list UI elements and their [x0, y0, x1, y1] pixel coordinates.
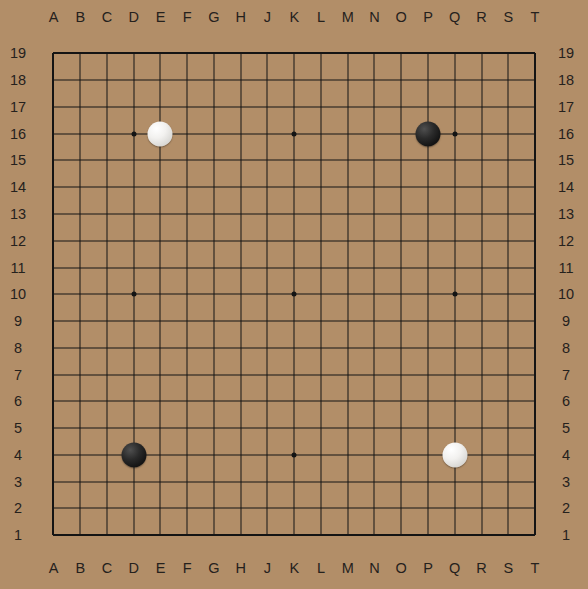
board-cell-Q1[interactable]	[441, 522, 468, 549]
board-cell-D5[interactable]	[120, 415, 147, 442]
board-cell-G6[interactable]	[201, 388, 228, 415]
board-cell-O11[interactable]	[388, 254, 415, 281]
board-cell-R13[interactable]	[468, 201, 495, 228]
board-cell-H8[interactable]	[227, 334, 254, 361]
board-cell-E16[interactable]	[147, 120, 174, 147]
board-cell-L9[interactable]	[308, 308, 335, 335]
board-cell-B14[interactable]	[67, 174, 94, 201]
board-cell-M4[interactable]	[334, 441, 361, 468]
board-cell-S11[interactable]	[495, 254, 522, 281]
board-cell-G16[interactable]	[201, 120, 228, 147]
board-cell-Q3[interactable]	[441, 468, 468, 495]
board-cell-H6[interactable]	[227, 388, 254, 415]
board-cell-A18[interactable]	[40, 67, 67, 94]
board-cell-P7[interactable]	[415, 361, 442, 388]
board-cell-J3[interactable]	[254, 468, 281, 495]
board-cell-C7[interactable]	[94, 361, 121, 388]
board-cell-E10[interactable]	[147, 281, 174, 308]
board-cell-P10[interactable]	[415, 281, 442, 308]
board-cell-B17[interactable]	[67, 94, 94, 121]
board-cell-K4[interactable]	[281, 441, 308, 468]
board-cell-E18[interactable]	[147, 67, 174, 94]
board-cell-F6[interactable]	[174, 388, 201, 415]
board-cell-E15[interactable]	[147, 147, 174, 174]
board-cell-T10[interactable]	[522, 281, 549, 308]
board-cell-P8[interactable]	[415, 334, 442, 361]
board-cell-T18[interactable]	[522, 67, 549, 94]
board-cell-O19[interactable]	[388, 40, 415, 67]
board-cell-B8[interactable]	[67, 334, 94, 361]
board-cell-S17[interactable]	[495, 94, 522, 121]
board-cell-P11[interactable]	[415, 254, 442, 281]
board-cell-R10[interactable]	[468, 281, 495, 308]
board-cell-C9[interactable]	[94, 308, 121, 335]
board-cell-E13[interactable]	[147, 201, 174, 228]
board-cell-E9[interactable]	[147, 308, 174, 335]
board-cell-S8[interactable]	[495, 334, 522, 361]
board-cell-T11[interactable]	[522, 254, 549, 281]
board-cell-H18[interactable]	[227, 67, 254, 94]
board-cell-O7[interactable]	[388, 361, 415, 388]
board-cell-E17[interactable]	[147, 94, 174, 121]
board-cell-Q13[interactable]	[441, 201, 468, 228]
board-cell-T9[interactable]	[522, 308, 549, 335]
board-cell-E5[interactable]	[147, 415, 174, 442]
board-cell-F18[interactable]	[174, 67, 201, 94]
board-cell-F11[interactable]	[174, 254, 201, 281]
board-cell-P9[interactable]	[415, 308, 442, 335]
board-cell-E11[interactable]	[147, 254, 174, 281]
board-cell-C6[interactable]	[94, 388, 121, 415]
board-cell-R12[interactable]	[468, 227, 495, 254]
board-cell-M11[interactable]	[334, 254, 361, 281]
board-cell-F10[interactable]	[174, 281, 201, 308]
board-cell-L16[interactable]	[308, 120, 335, 147]
board-cell-D14[interactable]	[120, 174, 147, 201]
board-cell-G8[interactable]	[201, 334, 228, 361]
board-cell-H15[interactable]	[227, 147, 254, 174]
board-cell-C10[interactable]	[94, 281, 121, 308]
board-cell-F1[interactable]	[174, 522, 201, 549]
board-cell-B19[interactable]	[67, 40, 94, 67]
board-cell-A12[interactable]	[40, 227, 67, 254]
board-cell-C11[interactable]	[94, 254, 121, 281]
board-cell-K8[interactable]	[281, 334, 308, 361]
board-cell-Q15[interactable]	[441, 147, 468, 174]
board-cell-C15[interactable]	[94, 147, 121, 174]
board-cell-Q5[interactable]	[441, 415, 468, 442]
board-cell-D12[interactable]	[120, 227, 147, 254]
board-cell-A19[interactable]	[40, 40, 67, 67]
board-cell-G12[interactable]	[201, 227, 228, 254]
board-cell-J17[interactable]	[254, 94, 281, 121]
board-cell-P4[interactable]	[415, 441, 442, 468]
board-cell-L13[interactable]	[308, 201, 335, 228]
board-cell-O10[interactable]	[388, 281, 415, 308]
board-cell-P18[interactable]	[415, 67, 442, 94]
board-cell-O4[interactable]	[388, 441, 415, 468]
board-cell-L11[interactable]	[308, 254, 335, 281]
board-cell-N2[interactable]	[361, 495, 388, 522]
board-cell-K15[interactable]	[281, 147, 308, 174]
board-cell-J14[interactable]	[254, 174, 281, 201]
board-cell-Q16[interactable]	[441, 120, 468, 147]
board-cell-J7[interactable]	[254, 361, 281, 388]
board-cell-Q14[interactable]	[441, 174, 468, 201]
board-cell-L12[interactable]	[308, 227, 335, 254]
board-cell-J13[interactable]	[254, 201, 281, 228]
board-cell-C8[interactable]	[94, 334, 121, 361]
board-cell-S18[interactable]	[495, 67, 522, 94]
board-cell-O3[interactable]	[388, 468, 415, 495]
board-cell-C13[interactable]	[94, 201, 121, 228]
board-cell-O15[interactable]	[388, 147, 415, 174]
board-cell-O1[interactable]	[388, 522, 415, 549]
board-cell-F9[interactable]	[174, 308, 201, 335]
board-cell-D16[interactable]	[120, 120, 147, 147]
board-cell-J10[interactable]	[254, 281, 281, 308]
board-cell-C5[interactable]	[94, 415, 121, 442]
board-cell-L14[interactable]	[308, 174, 335, 201]
board-cell-B16[interactable]	[67, 120, 94, 147]
board-cell-Q12[interactable]	[441, 227, 468, 254]
board-cell-Q8[interactable]	[441, 334, 468, 361]
board-cell-A3[interactable]	[40, 468, 67, 495]
board-cell-K1[interactable]	[281, 522, 308, 549]
board-cell-G3[interactable]	[201, 468, 228, 495]
board-cell-O18[interactable]	[388, 67, 415, 94]
board-cell-N3[interactable]	[361, 468, 388, 495]
board-cell-E2[interactable]	[147, 495, 174, 522]
board-cell-K10[interactable]	[281, 281, 308, 308]
board-cell-A5[interactable]	[40, 415, 67, 442]
board-cell-T7[interactable]	[522, 361, 549, 388]
board-cell-M19[interactable]	[334, 40, 361, 67]
board-cell-R5[interactable]	[468, 415, 495, 442]
board-cell-K7[interactable]	[281, 361, 308, 388]
board-cell-E7[interactable]	[147, 361, 174, 388]
board-cell-K6[interactable]	[281, 388, 308, 415]
board-cell-J8[interactable]	[254, 334, 281, 361]
board-cell-N6[interactable]	[361, 388, 388, 415]
board-cell-L2[interactable]	[308, 495, 335, 522]
board-cell-N16[interactable]	[361, 120, 388, 147]
board-cell-G9[interactable]	[201, 308, 228, 335]
board-cell-R3[interactable]	[468, 468, 495, 495]
board-cell-M13[interactable]	[334, 201, 361, 228]
board-cell-T19[interactable]	[522, 40, 549, 67]
board-cell-J2[interactable]	[254, 495, 281, 522]
board-cell-O9[interactable]	[388, 308, 415, 335]
board-cell-S6[interactable]	[495, 388, 522, 415]
board-cell-K2[interactable]	[281, 495, 308, 522]
board-cell-J18[interactable]	[254, 67, 281, 94]
board-cell-A9[interactable]	[40, 308, 67, 335]
board-cell-A7[interactable]	[40, 361, 67, 388]
board-cell-P2[interactable]	[415, 495, 442, 522]
board-cell-A17[interactable]	[40, 94, 67, 121]
board-cell-S12[interactable]	[495, 227, 522, 254]
board-cell-F5[interactable]	[174, 415, 201, 442]
board-cell-P16[interactable]	[415, 120, 442, 147]
board-cell-B3[interactable]	[67, 468, 94, 495]
board-cell-G11[interactable]	[201, 254, 228, 281]
board-cell-S14[interactable]	[495, 174, 522, 201]
board-cell-N14[interactable]	[361, 174, 388, 201]
board-cell-H12[interactable]	[227, 227, 254, 254]
board-cell-O8[interactable]	[388, 334, 415, 361]
board-cell-C14[interactable]	[94, 174, 121, 201]
board-cell-N7[interactable]	[361, 361, 388, 388]
board-cell-F7[interactable]	[174, 361, 201, 388]
board-cell-E6[interactable]	[147, 388, 174, 415]
board-cell-P17[interactable]	[415, 94, 442, 121]
board-cell-C1[interactable]	[94, 522, 121, 549]
board-cell-H16[interactable]	[227, 120, 254, 147]
board-cell-A2[interactable]	[40, 495, 67, 522]
board-cell-R6[interactable]	[468, 388, 495, 415]
board-cell-A8[interactable]	[40, 334, 67, 361]
board-cell-O16[interactable]	[388, 120, 415, 147]
board-cell-D8[interactable]	[120, 334, 147, 361]
board-cell-F15[interactable]	[174, 147, 201, 174]
board-cell-E19[interactable]	[147, 40, 174, 67]
board-cell-B10[interactable]	[67, 281, 94, 308]
board-cell-N15[interactable]	[361, 147, 388, 174]
board-cell-B18[interactable]	[67, 67, 94, 94]
board-cell-P15[interactable]	[415, 147, 442, 174]
board-cell-T12[interactable]	[522, 227, 549, 254]
board-cell-T4[interactable]	[522, 441, 549, 468]
board-cell-E4[interactable]	[147, 441, 174, 468]
board-cell-J12[interactable]	[254, 227, 281, 254]
board-cell-T5[interactable]	[522, 415, 549, 442]
board-cell-F17[interactable]	[174, 94, 201, 121]
board-cell-D11[interactable]	[120, 254, 147, 281]
board-cell-A10[interactable]	[40, 281, 67, 308]
board-cell-D2[interactable]	[120, 495, 147, 522]
board-cell-A11[interactable]	[40, 254, 67, 281]
board-cell-Q17[interactable]	[441, 94, 468, 121]
board-cell-M15[interactable]	[334, 147, 361, 174]
board-cell-D17[interactable]	[120, 94, 147, 121]
board-cell-E8[interactable]	[147, 334, 174, 361]
board-cell-Q18[interactable]	[441, 67, 468, 94]
board-cell-D1[interactable]	[120, 522, 147, 549]
board-cell-P14[interactable]	[415, 174, 442, 201]
board-cell-M17[interactable]	[334, 94, 361, 121]
board-cell-J19[interactable]	[254, 40, 281, 67]
board-cell-M1[interactable]	[334, 522, 361, 549]
board-cell-H7[interactable]	[227, 361, 254, 388]
board-cell-H11[interactable]	[227, 254, 254, 281]
board-cell-C12[interactable]	[94, 227, 121, 254]
board-cell-N17[interactable]	[361, 94, 388, 121]
board-cell-R1[interactable]	[468, 522, 495, 549]
board-cell-D18[interactable]	[120, 67, 147, 94]
board-cell-F12[interactable]	[174, 227, 201, 254]
board-cell-K17[interactable]	[281, 94, 308, 121]
board-cell-L3[interactable]	[308, 468, 335, 495]
board-cell-G7[interactable]	[201, 361, 228, 388]
board-cell-T16[interactable]	[522, 120, 549, 147]
board-cell-B4[interactable]	[67, 441, 94, 468]
board-cell-S5[interactable]	[495, 415, 522, 442]
board-cell-K18[interactable]	[281, 67, 308, 94]
board-cell-S4[interactable]	[495, 441, 522, 468]
board-cell-J5[interactable]	[254, 415, 281, 442]
board-cell-P12[interactable]	[415, 227, 442, 254]
board-cell-S3[interactable]	[495, 468, 522, 495]
board-cell-E1[interactable]	[147, 522, 174, 549]
board-cell-S2[interactable]	[495, 495, 522, 522]
board-cell-O14[interactable]	[388, 174, 415, 201]
board-cell-L15[interactable]	[308, 147, 335, 174]
board-cell-F3[interactable]	[174, 468, 201, 495]
board-cell-L18[interactable]	[308, 67, 335, 94]
board-cell-G19[interactable]	[201, 40, 228, 67]
board-cell-T14[interactable]	[522, 174, 549, 201]
board-cell-S15[interactable]	[495, 147, 522, 174]
board-cell-R4[interactable]	[468, 441, 495, 468]
board-cell-L7[interactable]	[308, 361, 335, 388]
board-cell-P19[interactable]	[415, 40, 442, 67]
board-cell-L1[interactable]	[308, 522, 335, 549]
board-cell-R19[interactable]	[468, 40, 495, 67]
board-cell-J11[interactable]	[254, 254, 281, 281]
board-cell-M9[interactable]	[334, 308, 361, 335]
board-cell-E12[interactable]	[147, 227, 174, 254]
board-cell-Q19[interactable]	[441, 40, 468, 67]
board-cell-H14[interactable]	[227, 174, 254, 201]
board-cell-M8[interactable]	[334, 334, 361, 361]
board-cell-K14[interactable]	[281, 174, 308, 201]
board-cell-C17[interactable]	[94, 94, 121, 121]
board-cell-L6[interactable]	[308, 388, 335, 415]
board-cell-P6[interactable]	[415, 388, 442, 415]
board-cell-M7[interactable]	[334, 361, 361, 388]
board-cell-R9[interactable]	[468, 308, 495, 335]
board-cell-O6[interactable]	[388, 388, 415, 415]
board-cell-C2[interactable]	[94, 495, 121, 522]
board-cell-M16[interactable]	[334, 120, 361, 147]
board-cell-C4[interactable]	[94, 441, 121, 468]
board-cell-L8[interactable]	[308, 334, 335, 361]
board-cell-N9[interactable]	[361, 308, 388, 335]
board-cell-N18[interactable]	[361, 67, 388, 94]
board-cell-G18[interactable]	[201, 67, 228, 94]
board-cell-G5[interactable]	[201, 415, 228, 442]
board-cell-A15[interactable]	[40, 147, 67, 174]
board-cell-T2[interactable]	[522, 495, 549, 522]
board-cell-H9[interactable]	[227, 308, 254, 335]
board-cell-Q10[interactable]	[441, 281, 468, 308]
board-cell-G15[interactable]	[201, 147, 228, 174]
board-cell-D4[interactable]	[120, 441, 147, 468]
board-cell-K9[interactable]	[281, 308, 308, 335]
board-cell-Q9[interactable]	[441, 308, 468, 335]
board-cell-T17[interactable]	[522, 94, 549, 121]
board-cell-D10[interactable]	[120, 281, 147, 308]
board-cell-O12[interactable]	[388, 227, 415, 254]
board-cell-D6[interactable]	[120, 388, 147, 415]
board-cell-H4[interactable]	[227, 441, 254, 468]
board-cell-S16[interactable]	[495, 120, 522, 147]
board-cell-F16[interactable]	[174, 120, 201, 147]
board-cell-D7[interactable]	[120, 361, 147, 388]
board-cell-M10[interactable]	[334, 281, 361, 308]
board-cell-J16[interactable]	[254, 120, 281, 147]
board-cell-K12[interactable]	[281, 227, 308, 254]
board-cell-N8[interactable]	[361, 334, 388, 361]
board-cell-K5[interactable]	[281, 415, 308, 442]
board-cell-N1[interactable]	[361, 522, 388, 549]
board-cell-J15[interactable]	[254, 147, 281, 174]
board-cell-T3[interactable]	[522, 468, 549, 495]
board-cell-R18[interactable]	[468, 67, 495, 94]
board-cell-N13[interactable]	[361, 201, 388, 228]
board-cell-S10[interactable]	[495, 281, 522, 308]
board-cell-R7[interactable]	[468, 361, 495, 388]
board-cell-L19[interactable]	[308, 40, 335, 67]
board-cell-F8[interactable]	[174, 334, 201, 361]
board-cell-H5[interactable]	[227, 415, 254, 442]
board-cell-B13[interactable]	[67, 201, 94, 228]
board-cell-R15[interactable]	[468, 147, 495, 174]
board-cell-P1[interactable]	[415, 522, 442, 549]
board-cell-B6[interactable]	[67, 388, 94, 415]
board-cell-A4[interactable]	[40, 441, 67, 468]
board-cell-N10[interactable]	[361, 281, 388, 308]
board-cell-N4[interactable]	[361, 441, 388, 468]
board-cell-B5[interactable]	[67, 415, 94, 442]
board-cell-O5[interactable]	[388, 415, 415, 442]
board-cell-N19[interactable]	[361, 40, 388, 67]
board-cell-C19[interactable]	[94, 40, 121, 67]
board-cell-E3[interactable]	[147, 468, 174, 495]
board-cell-M6[interactable]	[334, 388, 361, 415]
board-cell-H1[interactable]	[227, 522, 254, 549]
board-cell-O13[interactable]	[388, 201, 415, 228]
board-cell-C18[interactable]	[94, 67, 121, 94]
board-cell-B15[interactable]	[67, 147, 94, 174]
board-cell-Q4[interactable]	[441, 441, 468, 468]
board-cell-S9[interactable]	[495, 308, 522, 335]
board-cell-D3[interactable]	[120, 468, 147, 495]
board-cell-G4[interactable]	[201, 441, 228, 468]
board-cell-D13[interactable]	[120, 201, 147, 228]
board-cell-B1[interactable]	[67, 522, 94, 549]
board-cell-L17[interactable]	[308, 94, 335, 121]
board-cell-D9[interactable]	[120, 308, 147, 335]
board-cell-K13[interactable]	[281, 201, 308, 228]
board-cell-G2[interactable]	[201, 495, 228, 522]
board-cell-Q7[interactable]	[441, 361, 468, 388]
board-cell-R17[interactable]	[468, 94, 495, 121]
board-cell-Q2[interactable]	[441, 495, 468, 522]
board-cell-B9[interactable]	[67, 308, 94, 335]
board-cell-T8[interactable]	[522, 334, 549, 361]
board-cell-R8[interactable]	[468, 334, 495, 361]
board-cell-H19[interactable]	[227, 40, 254, 67]
board-cell-K3[interactable]	[281, 468, 308, 495]
board-cell-K16[interactable]	[281, 120, 308, 147]
board-cell-M5[interactable]	[334, 415, 361, 442]
board-cell-D19[interactable]	[120, 40, 147, 67]
board-cell-P5[interactable]	[415, 415, 442, 442]
board-cell-F4[interactable]	[174, 441, 201, 468]
board-cell-B2[interactable]	[67, 495, 94, 522]
